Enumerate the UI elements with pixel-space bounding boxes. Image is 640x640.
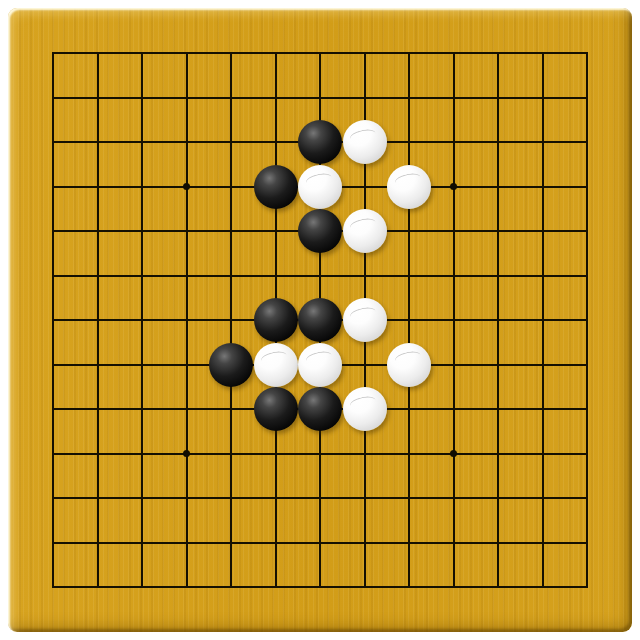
page-background — [0, 0, 640, 640]
black-stone — [298, 298, 342, 342]
grid-line-horizontal — [52, 586, 588, 588]
white-stone — [343, 387, 387, 431]
white-stone — [387, 165, 431, 209]
white-stone — [254, 343, 298, 387]
white-stone — [343, 209, 387, 253]
black-stone — [298, 120, 342, 164]
black-stone — [298, 387, 342, 431]
grid-line-horizontal — [52, 453, 588, 455]
black-stone — [209, 343, 253, 387]
white-stone — [298, 343, 342, 387]
grid-line-vertical — [497, 52, 499, 588]
star-point — [450, 450, 457, 457]
star-point — [450, 183, 457, 190]
white-stone — [298, 165, 342, 209]
black-stone — [254, 387, 298, 431]
black-stone — [298, 209, 342, 253]
grid-line-horizontal — [52, 542, 588, 544]
grid-line-vertical — [542, 52, 544, 588]
white-stone — [387, 343, 431, 387]
black-stone — [254, 298, 298, 342]
go-board[interactable] — [8, 8, 632, 632]
grid-line-vertical — [453, 52, 455, 588]
star-point — [183, 450, 190, 457]
grid-line-horizontal — [52, 497, 588, 499]
white-stone — [343, 298, 387, 342]
grid-line-vertical — [586, 52, 588, 588]
white-stone — [343, 120, 387, 164]
star-point — [183, 183, 190, 190]
grid-line-vertical — [408, 52, 410, 588]
black-stone — [254, 165, 298, 209]
